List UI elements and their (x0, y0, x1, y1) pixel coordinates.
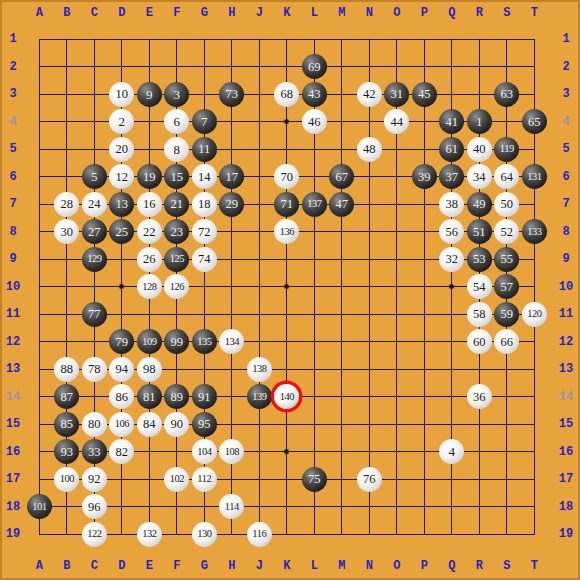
intersection-E3[interactable]: 9 (136, 81, 164, 109)
intersection-J6[interactable] (246, 163, 274, 191)
intersection-H3[interactable]: 73 (218, 81, 246, 109)
intersection-C10[interactable] (81, 273, 109, 301)
intersection-D1[interactable] (108, 26, 136, 54)
intersection-T17[interactable] (521, 466, 549, 494)
intersection-C15[interactable]: 80 (81, 411, 109, 439)
stone-white-K14-last-move[interactable]: 140 (274, 384, 299, 409)
stone-black-G15[interactable]: 95 (192, 412, 217, 437)
intersection-D15[interactable]: 106 (108, 411, 136, 439)
intersection-K16[interactable] (273, 438, 301, 466)
intersection-B11[interactable] (53, 301, 81, 329)
intersection-C7[interactable]: 24 (81, 191, 109, 219)
intersection-A14[interactable] (26, 383, 54, 411)
stone-white-F10[interactable]: 126 (164, 274, 189, 299)
intersection-O2[interactable] (383, 53, 411, 81)
intersection-B16[interactable]: 93 (53, 438, 81, 466)
intersection-P15[interactable] (411, 411, 439, 439)
intersection-H11[interactable] (218, 301, 246, 329)
intersection-N9[interactable] (356, 246, 384, 274)
intersection-T4[interactable]: 65 (521, 108, 549, 136)
stone-white-S6[interactable]: 64 (494, 164, 519, 189)
stone-white-K6[interactable]: 70 (274, 164, 299, 189)
stone-white-S7[interactable]: 50 (494, 192, 519, 217)
stone-white-Q7[interactable]: 38 (439, 192, 464, 217)
intersection-N8[interactable] (356, 218, 384, 246)
intersection-G15[interactable]: 95 (191, 411, 219, 439)
intersection-G6[interactable]: 14 (191, 163, 219, 191)
stone-black-G5[interactable]: 11 (192, 137, 217, 162)
intersection-R12[interactable]: 60 (466, 328, 494, 356)
intersection-M14[interactable] (328, 383, 356, 411)
stone-black-F14[interactable]: 89 (164, 384, 189, 409)
intersection-A13[interactable] (26, 356, 54, 384)
intersection-L10[interactable] (301, 273, 329, 301)
intersection-C5[interactable] (81, 136, 109, 164)
stone-black-S9[interactable]: 55 (494, 247, 519, 272)
intersection-B19[interactable] (53, 521, 81, 549)
stone-black-T6[interactable]: 131 (522, 164, 547, 189)
intersection-R17[interactable] (466, 466, 494, 494)
intersection-L13[interactable] (301, 356, 329, 384)
intersection-O5[interactable] (383, 136, 411, 164)
intersection-C13[interactable]: 78 (81, 356, 109, 384)
stone-white-G16[interactable]: 104 (192, 439, 217, 464)
stone-white-D4[interactable]: 2 (109, 109, 134, 134)
intersection-L6[interactable] (301, 163, 329, 191)
intersection-K1[interactable] (273, 26, 301, 54)
intersection-K4[interactable] (273, 108, 301, 136)
intersection-C18[interactable]: 96 (81, 493, 109, 521)
intersection-G16[interactable]: 104 (191, 438, 219, 466)
intersection-S4[interactable] (493, 108, 521, 136)
intersection-E11[interactable] (136, 301, 164, 329)
intersection-S19[interactable] (493, 521, 521, 549)
intersection-K3[interactable]: 68 (273, 81, 301, 109)
intersection-G2[interactable] (191, 53, 219, 81)
stone-white-H16[interactable]: 108 (219, 439, 244, 464)
intersection-H6[interactable]: 17 (218, 163, 246, 191)
stone-white-C7[interactable]: 24 (82, 192, 107, 217)
stone-white-D13[interactable]: 94 (109, 357, 134, 382)
intersection-S15[interactable] (493, 411, 521, 439)
stone-white-G17[interactable]: 112 (192, 467, 217, 492)
intersection-S1[interactable] (493, 26, 521, 54)
intersection-M1[interactable] (328, 26, 356, 54)
intersection-O15[interactable] (383, 411, 411, 439)
intersection-O7[interactable] (383, 191, 411, 219)
intersection-H9[interactable] (218, 246, 246, 274)
stone-white-E19[interactable]: 132 (137, 522, 162, 547)
intersection-D19[interactable] (108, 521, 136, 549)
intersection-Q14[interactable] (438, 383, 466, 411)
stone-black-S3[interactable]: 63 (494, 82, 519, 107)
intersection-B6[interactable] (53, 163, 81, 191)
intersection-S13[interactable] (493, 356, 521, 384)
intersection-E6[interactable]: 19 (136, 163, 164, 191)
intersection-M17[interactable] (328, 466, 356, 494)
intersection-L8[interactable] (301, 218, 329, 246)
intersection-P2[interactable] (411, 53, 439, 81)
intersection-F17[interactable]: 102 (163, 466, 191, 494)
stone-white-R12[interactable]: 60 (467, 329, 492, 354)
intersection-E16[interactable] (136, 438, 164, 466)
stone-white-S12[interactable]: 66 (494, 329, 519, 354)
intersection-S17[interactable] (493, 466, 521, 494)
intersection-M18[interactable] (328, 493, 356, 521)
intersection-E18[interactable] (136, 493, 164, 521)
intersection-E19[interactable]: 132 (136, 521, 164, 549)
intersection-O4[interactable]: 44 (383, 108, 411, 136)
intersection-O9[interactable] (383, 246, 411, 274)
intersection-C12[interactable] (81, 328, 109, 356)
stone-white-C18[interactable]: 96 (82, 494, 107, 519)
intersection-J15[interactable] (246, 411, 274, 439)
intersection-J17[interactable] (246, 466, 274, 494)
stone-white-E15[interactable]: 84 (137, 412, 162, 437)
intersection-T12[interactable] (521, 328, 549, 356)
intersection-K13[interactable] (273, 356, 301, 384)
intersection-N10[interactable] (356, 273, 384, 301)
intersection-C2[interactable] (81, 53, 109, 81)
intersection-J4[interactable] (246, 108, 274, 136)
intersection-G19[interactable]: 130 (191, 521, 219, 549)
stone-black-T4[interactable]: 65 (522, 109, 547, 134)
intersection-D6[interactable]: 12 (108, 163, 136, 191)
intersection-P3[interactable]: 45 (411, 81, 439, 109)
intersection-Q1[interactable] (438, 26, 466, 54)
stone-white-B8[interactable]: 30 (54, 219, 79, 244)
intersection-R1[interactable] (466, 26, 494, 54)
stone-black-C11[interactable]: 77 (82, 302, 107, 327)
stone-white-Q9[interactable]: 32 (439, 247, 464, 272)
stone-black-B15[interactable]: 85 (54, 412, 79, 437)
intersection-K8[interactable]: 136 (273, 218, 301, 246)
intersection-G7[interactable]: 18 (191, 191, 219, 219)
intersection-A16[interactable] (26, 438, 54, 466)
intersection-D7[interactable]: 13 (108, 191, 136, 219)
intersection-K6[interactable]: 70 (273, 163, 301, 191)
intersection-P5[interactable] (411, 136, 439, 164)
intersection-P18[interactable] (411, 493, 439, 521)
intersection-D12[interactable]: 79 (108, 328, 136, 356)
stone-white-N5[interactable]: 48 (357, 137, 382, 162)
intersection-N1[interactable] (356, 26, 384, 54)
intersection-F18[interactable] (163, 493, 191, 521)
intersection-T15[interactable] (521, 411, 549, 439)
intersection-J16[interactable] (246, 438, 274, 466)
intersection-Q15[interactable] (438, 411, 466, 439)
intersection-K11[interactable] (273, 301, 301, 329)
intersection-J13[interactable]: 138 (246, 356, 274, 384)
stone-black-R8[interactable]: 51 (467, 219, 492, 244)
stone-white-F15[interactable]: 90 (164, 412, 189, 437)
stone-white-N17[interactable]: 76 (357, 467, 382, 492)
intersection-R7[interactable]: 49 (466, 191, 494, 219)
intersection-K12[interactable] (273, 328, 301, 356)
stone-black-E3[interactable]: 9 (137, 82, 162, 107)
intersection-Q11[interactable] (438, 301, 466, 329)
intersection-G5[interactable]: 11 (191, 136, 219, 164)
stone-white-O4[interactable]: 44 (384, 109, 409, 134)
intersection-T8[interactable]: 133 (521, 218, 549, 246)
intersection-M13[interactable] (328, 356, 356, 384)
intersection-S10[interactable]: 57 (493, 273, 521, 301)
intersection-M7[interactable]: 47 (328, 191, 356, 219)
intersection-A15[interactable] (26, 411, 54, 439)
intersection-E2[interactable] (136, 53, 164, 81)
intersection-H5[interactable] (218, 136, 246, 164)
intersection-B12[interactable] (53, 328, 81, 356)
stone-white-E9[interactable]: 26 (137, 247, 162, 272)
intersection-B17[interactable]: 100 (53, 466, 81, 494)
intersection-A4[interactable] (26, 108, 54, 136)
intersection-E4[interactable] (136, 108, 164, 136)
stone-black-L2[interactable]: 69 (302, 54, 327, 79)
intersection-N6[interactable] (356, 163, 384, 191)
intersection-C3[interactable] (81, 81, 109, 109)
stone-white-G9[interactable]: 74 (192, 247, 217, 272)
intersection-E10[interactable]: 128 (136, 273, 164, 301)
intersection-F9[interactable]: 125 (163, 246, 191, 274)
intersection-D5[interactable]: 20 (108, 136, 136, 164)
intersection-N13[interactable] (356, 356, 384, 384)
intersection-B3[interactable] (53, 81, 81, 109)
intersection-H15[interactable] (218, 411, 246, 439)
intersection-F12[interactable]: 99 (163, 328, 191, 356)
stone-white-D16[interactable]: 82 (109, 439, 134, 464)
intersection-P8[interactable] (411, 218, 439, 246)
stone-black-R9[interactable]: 53 (467, 247, 492, 272)
intersection-Q19[interactable] (438, 521, 466, 549)
stone-black-S10[interactable]: 57 (494, 274, 519, 299)
intersection-R6[interactable]: 34 (466, 163, 494, 191)
intersection-T7[interactable] (521, 191, 549, 219)
intersection-M5[interactable] (328, 136, 356, 164)
stone-black-C6[interactable]: 5 (82, 164, 107, 189)
intersection-C9[interactable]: 129 (81, 246, 109, 274)
intersection-Q13[interactable] (438, 356, 466, 384)
intersection-L9[interactable] (301, 246, 329, 274)
stone-white-F17[interactable]: 102 (164, 467, 189, 492)
intersection-D11[interactable] (108, 301, 136, 329)
intersection-R19[interactable] (466, 521, 494, 549)
intersection-C6[interactable]: 5 (81, 163, 109, 191)
stone-black-E12[interactable]: 109 (137, 329, 162, 354)
stone-white-E8[interactable]: 22 (137, 219, 162, 244)
intersection-N2[interactable] (356, 53, 384, 81)
intersection-F10[interactable]: 126 (163, 273, 191, 301)
intersection-T5[interactable] (521, 136, 549, 164)
go-board[interactable]: 6910937368434231456326746444116520811486… (26, 26, 549, 549)
intersection-K19[interactable] (273, 521, 301, 549)
stone-white-K3[interactable]: 68 (274, 82, 299, 107)
intersection-F1[interactable] (163, 26, 191, 54)
intersection-R2[interactable] (466, 53, 494, 81)
intersection-D9[interactable] (108, 246, 136, 274)
intersection-G12[interactable]: 135 (191, 328, 219, 356)
intersection-R10[interactable]: 54 (466, 273, 494, 301)
intersection-N17[interactable]: 76 (356, 466, 384, 494)
stone-white-L4[interactable]: 46 (302, 109, 327, 134)
intersection-F3[interactable]: 3 (163, 81, 191, 109)
intersection-A10[interactable] (26, 273, 54, 301)
intersection-N3[interactable]: 42 (356, 81, 384, 109)
intersection-E17[interactable] (136, 466, 164, 494)
intersection-O1[interactable] (383, 26, 411, 54)
intersection-L15[interactable] (301, 411, 329, 439)
stone-black-F12[interactable]: 99 (164, 329, 189, 354)
intersection-L19[interactable] (301, 521, 329, 549)
intersection-H18[interactable]: 114 (218, 493, 246, 521)
intersection-P11[interactable] (411, 301, 439, 329)
intersection-O16[interactable] (383, 438, 411, 466)
stone-black-T8[interactable]: 133 (522, 219, 547, 244)
intersection-R9[interactable]: 53 (466, 246, 494, 274)
stone-white-E13[interactable]: 98 (137, 357, 162, 382)
intersection-D18[interactable] (108, 493, 136, 521)
intersection-T16[interactable] (521, 438, 549, 466)
intersection-P17[interactable] (411, 466, 439, 494)
intersection-T2[interactable] (521, 53, 549, 81)
intersection-A18[interactable]: 101 (26, 493, 54, 521)
intersection-D17[interactable] (108, 466, 136, 494)
intersection-M9[interactable] (328, 246, 356, 274)
intersection-N7[interactable] (356, 191, 384, 219)
stone-white-R14[interactable]: 36 (467, 384, 492, 409)
intersection-F13[interactable] (163, 356, 191, 384)
intersection-R16[interactable] (466, 438, 494, 466)
intersection-J9[interactable] (246, 246, 274, 274)
stone-black-P6[interactable]: 39 (412, 164, 437, 189)
intersection-F2[interactable] (163, 53, 191, 81)
intersection-J8[interactable] (246, 218, 274, 246)
intersection-B15[interactable]: 85 (53, 411, 81, 439)
stone-white-R6[interactable]: 34 (467, 164, 492, 189)
intersection-A9[interactable] (26, 246, 54, 274)
intersection-S14[interactable] (493, 383, 521, 411)
intersection-K7[interactable]: 71 (273, 191, 301, 219)
intersection-N11[interactable] (356, 301, 384, 329)
intersection-G11[interactable] (191, 301, 219, 329)
stone-white-R10[interactable]: 54 (467, 274, 492, 299)
intersection-O19[interactable] (383, 521, 411, 549)
intersection-L3[interactable]: 43 (301, 81, 329, 109)
intersection-T3[interactable] (521, 81, 549, 109)
intersection-R5[interactable]: 40 (466, 136, 494, 164)
intersection-B8[interactable]: 30 (53, 218, 81, 246)
intersection-D3[interactable]: 10 (108, 81, 136, 109)
stone-black-S5[interactable]: 119 (494, 137, 519, 162)
intersection-T9[interactable] (521, 246, 549, 274)
stone-white-D5[interactable]: 20 (109, 137, 134, 162)
intersection-E9[interactable]: 26 (136, 246, 164, 274)
intersection-Q10[interactable] (438, 273, 466, 301)
intersection-M2[interactable] (328, 53, 356, 81)
intersection-N4[interactable] (356, 108, 384, 136)
intersection-D13[interactable]: 94 (108, 356, 136, 384)
intersection-L5[interactable] (301, 136, 329, 164)
intersection-K14[interactable]: 140 (273, 383, 301, 411)
stone-black-F9[interactable]: 125 (164, 247, 189, 272)
intersection-S3[interactable]: 63 (493, 81, 521, 109)
intersection-E12[interactable]: 109 (136, 328, 164, 356)
intersection-B2[interactable] (53, 53, 81, 81)
intersection-G18[interactable] (191, 493, 219, 521)
intersection-A1[interactable] (26, 26, 54, 54)
intersection-B13[interactable]: 88 (53, 356, 81, 384)
intersection-Q16[interactable]: 4 (438, 438, 466, 466)
intersection-Q9[interactable]: 32 (438, 246, 466, 274)
intersection-M4[interactable] (328, 108, 356, 136)
intersection-R11[interactable]: 58 (466, 301, 494, 329)
intersection-D2[interactable] (108, 53, 136, 81)
intersection-P10[interactable] (411, 273, 439, 301)
intersection-H2[interactable] (218, 53, 246, 81)
intersection-N5[interactable]: 48 (356, 136, 384, 164)
intersection-B10[interactable] (53, 273, 81, 301)
intersection-C19[interactable]: 122 (81, 521, 109, 549)
stone-black-E6[interactable]: 19 (137, 164, 162, 189)
stone-black-B16[interactable]: 93 (54, 439, 79, 464)
intersection-J12[interactable] (246, 328, 274, 356)
intersection-N18[interactable] (356, 493, 384, 521)
stone-white-F5[interactable]: 8 (164, 137, 189, 162)
stone-white-N3[interactable]: 42 (357, 82, 382, 107)
stone-black-L3[interactable]: 43 (302, 82, 327, 107)
intersection-L11[interactable] (301, 301, 329, 329)
stone-black-M6[interactable]: 67 (329, 164, 354, 189)
intersection-K10[interactable] (273, 273, 301, 301)
intersection-G9[interactable]: 74 (191, 246, 219, 274)
intersection-P9[interactable] (411, 246, 439, 274)
intersection-E13[interactable]: 98 (136, 356, 164, 384)
intersection-B7[interactable]: 28 (53, 191, 81, 219)
intersection-Q18[interactable] (438, 493, 466, 521)
intersection-G4[interactable]: 7 (191, 108, 219, 136)
intersection-H1[interactable] (218, 26, 246, 54)
intersection-H12[interactable]: 134 (218, 328, 246, 356)
intersection-C4[interactable] (81, 108, 109, 136)
intersection-M8[interactable] (328, 218, 356, 246)
intersection-G8[interactable]: 72 (191, 218, 219, 246)
intersection-L14[interactable] (301, 383, 329, 411)
intersection-H14[interactable] (218, 383, 246, 411)
intersection-A2[interactable] (26, 53, 54, 81)
stone-black-H6[interactable]: 17 (219, 164, 244, 189)
intersection-O13[interactable] (383, 356, 411, 384)
stone-black-G14[interactable]: 91 (192, 384, 217, 409)
intersection-Q7[interactable]: 38 (438, 191, 466, 219)
stone-black-J14[interactable]: 139 (247, 384, 272, 409)
intersection-E7[interactable]: 16 (136, 191, 164, 219)
intersection-L17[interactable]: 75 (301, 466, 329, 494)
intersection-A8[interactable] (26, 218, 54, 246)
intersection-H19[interactable] (218, 521, 246, 549)
intersection-J14[interactable]: 139 (246, 383, 274, 411)
intersection-F16[interactable] (163, 438, 191, 466)
intersection-B5[interactable] (53, 136, 81, 164)
intersection-Q17[interactable] (438, 466, 466, 494)
intersection-A7[interactable] (26, 191, 54, 219)
intersection-B14[interactable]: 87 (53, 383, 81, 411)
intersection-M10[interactable] (328, 273, 356, 301)
stone-black-H3[interactable]: 73 (219, 82, 244, 107)
stone-black-K7[interactable]: 71 (274, 192, 299, 217)
intersection-E14[interactable]: 81 (136, 383, 164, 411)
intersection-S11[interactable]: 59 (493, 301, 521, 329)
intersection-L4[interactable]: 46 (301, 108, 329, 136)
stone-black-L17[interactable]: 75 (302, 467, 327, 492)
